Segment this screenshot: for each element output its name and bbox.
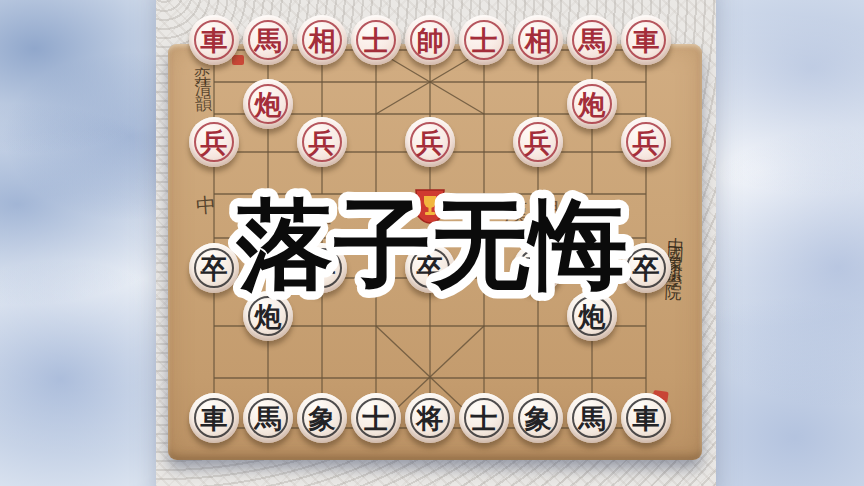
left-margin-calligraphy: 弈清韻	[191, 52, 215, 95]
red-seal-icon	[232, 55, 244, 65]
caption-text: 落子无悔	[235, 188, 628, 301]
caption-overlay: 落子无悔 落子无悔	[0, 180, 864, 312]
red-seal-icon	[652, 390, 668, 403]
photo-background: 弈清韻 中 中國象棋學院 楚河 漢界 車馬相士帥士相馬車炮炮兵兵兵兵兵卒卒卒卒卒…	[0, 0, 864, 486]
